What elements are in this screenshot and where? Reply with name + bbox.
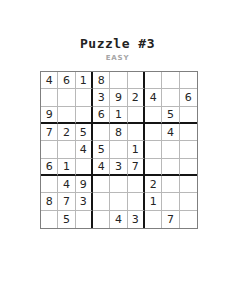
cell-r2c8[interactable] <box>162 89 179 106</box>
cell-r2c9[interactable]: 6 <box>180 89 197 106</box>
cell-r7c7[interactable]: 2 <box>145 176 162 193</box>
cell-r7c2[interactable]: 4 <box>58 176 75 193</box>
cell-r9c1[interactable] <box>41 211 58 228</box>
cell-r1c9[interactable] <box>180 72 197 89</box>
cell-r8c3[interactable]: 3 <box>76 193 93 210</box>
cell-r2c2[interactable] <box>58 89 75 106</box>
cell-r8c4[interactable] <box>93 193 110 210</box>
cell-r9c5[interactable]: 4 <box>110 211 127 228</box>
cell-r1c6[interactable] <box>128 72 145 89</box>
cell-r5c8[interactable] <box>162 141 179 158</box>
puzzle-title: Puzzle #3 <box>0 36 235 51</box>
cell-r5c3[interactable]: 4 <box>76 141 93 158</box>
cell-r6c1[interactable]: 6 <box>41 159 58 176</box>
cell-r3c7[interactable] <box>145 107 162 124</box>
sudoku-grid: 4618392469615725844516143749287315437 <box>41 72 197 228</box>
cell-r3c9[interactable] <box>180 107 197 124</box>
sudoku-board: 4618392469615725844516143749287315437 <box>40 71 198 229</box>
cell-r3c6[interactable] <box>128 107 145 124</box>
cell-r9c9[interactable] <box>180 211 197 228</box>
cell-r8c7[interactable]: 1 <box>145 193 162 210</box>
cell-r1c2[interactable]: 6 <box>58 72 75 89</box>
cell-r5c2[interactable] <box>58 141 75 158</box>
cell-r4c3[interactable]: 5 <box>76 124 93 141</box>
cell-r1c1[interactable]: 4 <box>41 72 58 89</box>
cell-r2c3[interactable] <box>76 89 93 106</box>
cell-r2c7[interactable]: 4 <box>145 89 162 106</box>
cell-r1c3[interactable]: 1 <box>76 72 93 89</box>
cell-r4c5[interactable]: 8 <box>110 124 127 141</box>
cell-r6c3[interactable] <box>76 159 93 176</box>
cell-r5c7[interactable] <box>145 141 162 158</box>
cell-r2c4[interactable]: 3 <box>93 89 110 106</box>
cell-r3c5[interactable]: 1 <box>110 107 127 124</box>
cell-r9c7[interactable] <box>145 211 162 228</box>
cell-r6c5[interactable]: 3 <box>110 159 127 176</box>
cell-r8c5[interactable] <box>110 193 127 210</box>
puzzle-header: Puzzle #3 EASY <box>0 36 235 62</box>
cell-r9c2[interactable]: 5 <box>58 211 75 228</box>
cell-r7c8[interactable] <box>162 176 179 193</box>
cell-r5c6[interactable]: 1 <box>128 141 145 158</box>
cell-r3c3[interactable] <box>76 107 93 124</box>
cell-r6c7[interactable] <box>145 159 162 176</box>
cell-r5c5[interactable] <box>110 141 127 158</box>
cell-r6c8[interactable] <box>162 159 179 176</box>
cell-r8c8[interactable] <box>162 193 179 210</box>
cell-r5c1[interactable] <box>41 141 58 158</box>
puzzle-difficulty: EASY <box>0 54 235 62</box>
cell-r3c8[interactable]: 5 <box>162 107 179 124</box>
cell-r2c5[interactable]: 9 <box>110 89 127 106</box>
cell-r9c4[interactable] <box>93 211 110 228</box>
cell-r1c8[interactable] <box>162 72 179 89</box>
cell-r9c3[interactable] <box>76 211 93 228</box>
cell-r2c6[interactable]: 2 <box>128 89 145 106</box>
cell-r4c6[interactable] <box>128 124 145 141</box>
cell-r1c4[interactable]: 8 <box>93 72 110 89</box>
cell-r6c6[interactable]: 7 <box>128 159 145 176</box>
cell-r3c1[interactable]: 9 <box>41 107 58 124</box>
cell-r7c3[interactable]: 9 <box>76 176 93 193</box>
cell-r9c8[interactable]: 7 <box>162 211 179 228</box>
cell-r8c1[interactable]: 8 <box>41 193 58 210</box>
cell-r4c2[interactable]: 2 <box>58 124 75 141</box>
cell-r8c6[interactable] <box>128 193 145 210</box>
cell-r4c4[interactable] <box>93 124 110 141</box>
cell-r6c4[interactable]: 4 <box>93 159 110 176</box>
cell-r4c1[interactable]: 7 <box>41 124 58 141</box>
cell-r9c6[interactable]: 3 <box>128 211 145 228</box>
cell-r7c6[interactable] <box>128 176 145 193</box>
cell-r1c7[interactable] <box>145 72 162 89</box>
cell-r7c4[interactable] <box>93 176 110 193</box>
cell-r7c9[interactable] <box>180 176 197 193</box>
cell-r1c5[interactable] <box>110 72 127 89</box>
cell-r4c8[interactable]: 4 <box>162 124 179 141</box>
cell-r4c9[interactable] <box>180 124 197 141</box>
cell-r6c2[interactable]: 1 <box>58 159 75 176</box>
cell-r3c4[interactable]: 6 <box>93 107 110 124</box>
cell-r8c9[interactable] <box>180 193 197 210</box>
cell-r3c2[interactable] <box>58 107 75 124</box>
cell-r2c1[interactable] <box>41 89 58 106</box>
cell-r8c2[interactable]: 7 <box>58 193 75 210</box>
cell-r5c4[interactable]: 5 <box>93 141 110 158</box>
cell-r6c9[interactable] <box>180 159 197 176</box>
cell-r7c1[interactable] <box>41 176 58 193</box>
cell-r7c5[interactable] <box>110 176 127 193</box>
cell-r4c7[interactable] <box>145 124 162 141</box>
cell-r5c9[interactable] <box>180 141 197 158</box>
